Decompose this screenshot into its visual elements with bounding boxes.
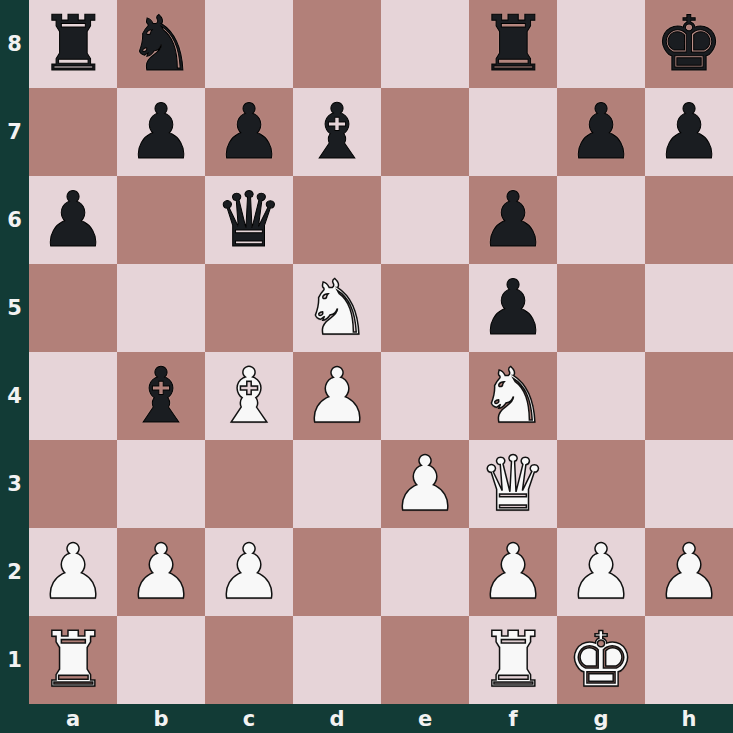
white-pawn-icon: ♟ [479, 528, 547, 616]
square-c3[interactable] [205, 440, 293, 528]
file-label-g: g [557, 704, 645, 733]
square-c7[interactable]: ♟ [205, 88, 293, 176]
square-g2[interactable]: ♟ [557, 528, 645, 616]
rank-label-8: 8 [0, 0, 29, 88]
file-label-e: e [381, 704, 469, 733]
black-rook-icon: ♜ [39, 0, 107, 88]
square-a3[interactable] [29, 440, 117, 528]
black-king-icon: ♚ [655, 0, 723, 88]
square-h8[interactable]: ♚ [645, 0, 733, 88]
white-rook-icon: ♜ [39, 616, 107, 704]
square-d8[interactable] [293, 0, 381, 88]
square-b7[interactable]: ♟ [117, 88, 205, 176]
square-c4[interactable]: ♝ [205, 352, 293, 440]
black-bishop-icon: ♝ [303, 88, 371, 176]
square-g1[interactable]: ♚ [557, 616, 645, 704]
square-b1[interactable] [117, 616, 205, 704]
square-f5[interactable]: ♟ [469, 264, 557, 352]
black-pawn-icon: ♟ [127, 88, 195, 176]
square-e2[interactable] [381, 528, 469, 616]
square-e3[interactable]: ♟ [381, 440, 469, 528]
square-f7[interactable] [469, 88, 557, 176]
rank-label-4: 4 [0, 352, 29, 440]
white-pawn-icon: ♟ [303, 352, 371, 440]
square-h1[interactable] [645, 616, 733, 704]
chess-board: 8♜♞♜♚7♟♟♝♟♟6♟♛♟5♞♟4♝♝♟♞3♟♛2♟♟♟♟♟♟1♜♜♚abc… [0, 0, 733, 733]
square-d1[interactable] [293, 616, 381, 704]
square-f1[interactable]: ♜ [469, 616, 557, 704]
square-h4[interactable] [645, 352, 733, 440]
square-g7[interactable]: ♟ [557, 88, 645, 176]
square-f2[interactable]: ♟ [469, 528, 557, 616]
white-queen-icon: ♛ [479, 440, 547, 528]
black-pawn-icon: ♟ [567, 88, 635, 176]
file-label-a: a [29, 704, 117, 733]
square-g4[interactable] [557, 352, 645, 440]
file-label-d: d [293, 704, 381, 733]
square-d5[interactable]: ♞ [293, 264, 381, 352]
black-pawn-icon: ♟ [39, 176, 107, 264]
square-h3[interactable] [645, 440, 733, 528]
rank-label-2: 2 [0, 528, 29, 616]
white-pawn-icon: ♟ [655, 528, 723, 616]
file-label-h: h [645, 704, 733, 733]
white-pawn-icon: ♟ [39, 528, 107, 616]
white-pawn-icon: ♟ [567, 528, 635, 616]
square-g8[interactable] [557, 0, 645, 88]
rank-label-5: 5 [0, 264, 29, 352]
square-c6[interactable]: ♛ [205, 176, 293, 264]
square-f8[interactable]: ♜ [469, 0, 557, 88]
square-e7[interactable] [381, 88, 469, 176]
file-label-f: f [469, 704, 557, 733]
square-d3[interactable] [293, 440, 381, 528]
black-pawn-icon: ♟ [655, 88, 723, 176]
rank-label-3: 3 [0, 440, 29, 528]
square-a2[interactable]: ♟ [29, 528, 117, 616]
square-e1[interactable] [381, 616, 469, 704]
square-d6[interactable] [293, 176, 381, 264]
square-a4[interactable] [29, 352, 117, 440]
square-d7[interactable]: ♝ [293, 88, 381, 176]
square-g6[interactable] [557, 176, 645, 264]
square-d4[interactable]: ♟ [293, 352, 381, 440]
square-b8[interactable]: ♞ [117, 0, 205, 88]
white-pawn-icon: ♟ [391, 440, 459, 528]
black-pawn-icon: ♟ [479, 264, 547, 352]
white-pawn-icon: ♟ [127, 528, 195, 616]
square-a5[interactable] [29, 264, 117, 352]
rank-label-7: 7 [0, 88, 29, 176]
square-d2[interactable] [293, 528, 381, 616]
square-h7[interactable]: ♟ [645, 88, 733, 176]
square-a6[interactable]: ♟ [29, 176, 117, 264]
square-a8[interactable]: ♜ [29, 0, 117, 88]
square-h5[interactable] [645, 264, 733, 352]
rank-label-1: 1 [0, 616, 29, 704]
rank-label-6: 6 [0, 176, 29, 264]
square-f6[interactable]: ♟ [469, 176, 557, 264]
square-e6[interactable] [381, 176, 469, 264]
square-b3[interactable] [117, 440, 205, 528]
square-c2[interactable]: ♟ [205, 528, 293, 616]
white-pawn-icon: ♟ [215, 528, 283, 616]
square-e4[interactable] [381, 352, 469, 440]
white-knight-icon: ♞ [479, 352, 547, 440]
white-rook-icon: ♜ [479, 616, 547, 704]
square-b6[interactable] [117, 176, 205, 264]
square-c1[interactable] [205, 616, 293, 704]
square-b2[interactable]: ♟ [117, 528, 205, 616]
file-label-b: b [117, 704, 205, 733]
black-pawn-icon: ♟ [479, 176, 547, 264]
file-label-c: c [205, 704, 293, 733]
square-b4[interactable]: ♝ [117, 352, 205, 440]
white-bishop-icon: ♝ [215, 352, 283, 440]
white-knight-icon: ♞ [303, 264, 371, 352]
square-f3[interactable]: ♛ [469, 440, 557, 528]
black-knight-icon: ♞ [127, 0, 195, 88]
square-h2[interactable]: ♟ [645, 528, 733, 616]
black-queen-icon: ♛ [215, 176, 283, 264]
square-f4[interactable]: ♞ [469, 352, 557, 440]
white-king-icon: ♚ [567, 616, 635, 704]
square-b5[interactable] [117, 264, 205, 352]
square-e5[interactable] [381, 264, 469, 352]
square-a1[interactable]: ♜ [29, 616, 117, 704]
black-pawn-icon: ♟ [215, 88, 283, 176]
black-bishop-icon: ♝ [127, 352, 195, 440]
square-c5[interactable] [205, 264, 293, 352]
square-g3[interactable] [557, 440, 645, 528]
square-c8[interactable] [205, 0, 293, 88]
board-corner-spacer [0, 704, 29, 733]
square-a7[interactable] [29, 88, 117, 176]
square-g5[interactable] [557, 264, 645, 352]
black-rook-icon: ♜ [479, 0, 547, 88]
square-e8[interactable] [381, 0, 469, 88]
square-h6[interactable] [645, 176, 733, 264]
